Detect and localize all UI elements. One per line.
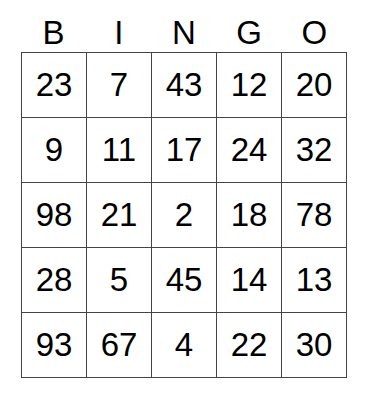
bingo-cell-r1c3[interactable]: 24 — [217, 118, 281, 182]
bingo-cell-r4c4[interactable]: 30 — [282, 313, 346, 377]
bingo-cell-r0c2[interactable]: 43 — [152, 53, 216, 117]
bingo-cell-r4c2[interactable]: 4 — [152, 313, 216, 377]
bingo-cell-r3c0[interactable]: 28 — [22, 248, 86, 312]
bingo-header: BINGO — [21, 0, 347, 52]
bingo-cell-r2c2[interactable]: 2 — [152, 183, 216, 247]
bingo-card: BINGO 2374312209111724329821218782854514… — [21, 0, 347, 378]
column-letter-1: I — [114, 16, 123, 52]
bingo-cell-r2c0[interactable]: 98 — [22, 183, 86, 247]
bingo-cell-r1c2[interactable]: 17 — [152, 118, 216, 182]
bingo-cell-r0c4[interactable]: 20 — [282, 53, 346, 117]
column-letter-4: O — [302, 16, 328, 52]
bingo-cell-r0c1[interactable]: 7 — [87, 53, 151, 117]
column-letter-2: N — [172, 16, 196, 52]
column-letter-0: B — [43, 16, 65, 52]
bingo-cell-r1c0[interactable]: 9 — [22, 118, 86, 182]
bingo-cell-r3c1[interactable]: 5 — [87, 248, 151, 312]
bingo-cell-r2c1[interactable]: 21 — [87, 183, 151, 247]
bingo-cell-r3c3[interactable]: 14 — [217, 248, 281, 312]
bingo-cell-r4c0[interactable]: 93 — [22, 313, 86, 377]
bingo-cell-r0c3[interactable]: 12 — [217, 53, 281, 117]
bingo-cell-r4c3[interactable]: 22 — [217, 313, 281, 377]
bingo-cell-r1c1[interactable]: 11 — [87, 118, 151, 182]
bingo-cell-r1c4[interactable]: 32 — [282, 118, 346, 182]
bingo-cell-r3c4[interactable]: 13 — [282, 248, 346, 312]
bingo-cell-r4c1[interactable]: 67 — [87, 313, 151, 377]
bingo-cell-r2c4[interactable]: 78 — [282, 183, 346, 247]
column-letter-3: G — [236, 16, 262, 52]
bingo-cell-r3c2[interactable]: 45 — [152, 248, 216, 312]
bingo-grid: 2374312209111724329821218782854514139367… — [21, 52, 347, 378]
bingo-cell-r2c3[interactable]: 18 — [217, 183, 281, 247]
bingo-cell-r0c0[interactable]: 23 — [22, 53, 86, 117]
